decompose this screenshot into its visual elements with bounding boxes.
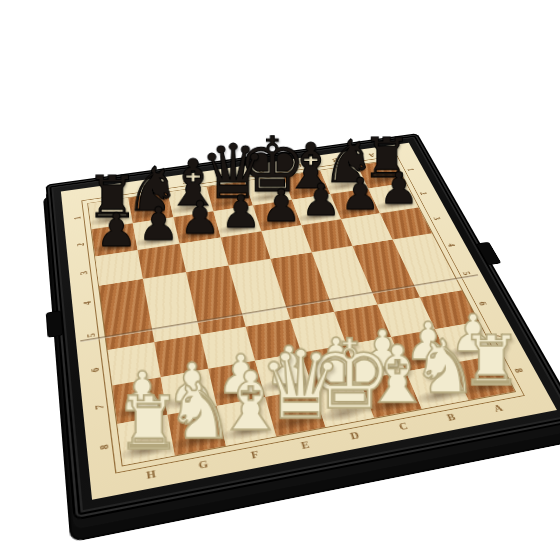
board-frame: ABCDEFGH HGFEDCBA 12345678 12345678 ♜♞♝♛… [46,133,560,520]
square-g4[interactable] [143,272,193,309]
square-e4[interactable] [229,259,280,295]
square-h5[interactable] [103,309,154,350]
square-e5[interactable] [237,288,290,327]
perspective-stage: ABCDEFGH HGFEDCBA 12345678 12345678 ♜♞♝♛… [0,0,560,560]
square-f4[interactable] [186,265,237,302]
pawn-glyph: ♟ [96,209,137,253]
board-3d-space: ABCDEFGH HGFEDCBA 12345678 12345678 ♜♞♝♛… [46,133,560,520]
rank-label-5: 5 [442,261,492,285]
rook-glyph: ♜ [116,390,182,460]
rank-label-3: 3 [61,261,107,285]
piece-white-rook[interactable]: ♜ [95,390,202,460]
rank-label-4: 4 [428,234,476,257]
fold-hinge-left [47,311,63,337]
square-h8[interactable]: ♜ [117,415,175,465]
product-photo-chess-set: ABCDEFGH HGFEDCBA 12345678 12345678 ♜♞♝♛… [0,0,560,560]
rank-label-3: 3 [414,208,461,229]
